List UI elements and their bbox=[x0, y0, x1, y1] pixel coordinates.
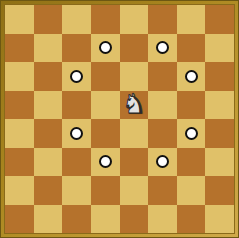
square-b4[interactable] bbox=[34, 119, 63, 148]
square-g8[interactable] bbox=[177, 5, 206, 34]
square-d6[interactable] bbox=[91, 62, 120, 91]
square-a5[interactable] bbox=[5, 91, 34, 120]
square-c5[interactable] bbox=[62, 91, 91, 120]
square-e4[interactable] bbox=[120, 119, 149, 148]
square-d1[interactable] bbox=[91, 205, 120, 234]
board-frame: ♞ bbox=[0, 0, 239, 238]
square-f4[interactable] bbox=[148, 119, 177, 148]
white-knight-piece[interactable]: ♞ bbox=[122, 91, 146, 118]
move-dot[interactable] bbox=[99, 41, 112, 54]
square-a7[interactable] bbox=[5, 34, 34, 63]
square-d8[interactable] bbox=[91, 5, 120, 34]
square-h7[interactable] bbox=[205, 34, 234, 63]
square-c3[interactable] bbox=[62, 148, 91, 177]
square-e3[interactable] bbox=[120, 148, 149, 177]
square-c7[interactable] bbox=[62, 34, 91, 63]
square-h5[interactable] bbox=[205, 91, 234, 120]
square-e5[interactable]: ♞ bbox=[120, 91, 149, 120]
move-dot[interactable] bbox=[185, 70, 198, 83]
chess-app: ♞ bbox=[0, 0, 239, 238]
square-c4[interactable] bbox=[62, 119, 91, 148]
square-g3[interactable] bbox=[177, 148, 206, 177]
square-f7[interactable] bbox=[148, 34, 177, 63]
square-b5[interactable] bbox=[34, 91, 63, 120]
square-a8[interactable] bbox=[5, 5, 34, 34]
square-b8[interactable] bbox=[34, 5, 63, 34]
move-dot[interactable] bbox=[156, 41, 169, 54]
square-b6[interactable] bbox=[34, 62, 63, 91]
square-f5[interactable] bbox=[148, 91, 177, 120]
square-h6[interactable] bbox=[205, 62, 234, 91]
square-c8[interactable] bbox=[62, 5, 91, 34]
move-dot[interactable] bbox=[70, 70, 83, 83]
move-dot[interactable] bbox=[70, 127, 83, 140]
square-b1[interactable] bbox=[34, 205, 63, 234]
square-e8[interactable] bbox=[120, 5, 149, 34]
square-d2[interactable] bbox=[91, 176, 120, 205]
square-f8[interactable] bbox=[148, 5, 177, 34]
square-h3[interactable] bbox=[205, 148, 234, 177]
move-dot[interactable] bbox=[185, 127, 198, 140]
square-e7[interactable] bbox=[120, 34, 149, 63]
square-h4[interactable] bbox=[205, 119, 234, 148]
square-e1[interactable] bbox=[120, 205, 149, 234]
chess-board: ♞ bbox=[5, 5, 234, 233]
square-h2[interactable] bbox=[205, 176, 234, 205]
square-b3[interactable] bbox=[34, 148, 63, 177]
square-b2[interactable] bbox=[34, 176, 63, 205]
square-f1[interactable] bbox=[148, 205, 177, 234]
square-f2[interactable] bbox=[148, 176, 177, 205]
square-g5[interactable] bbox=[177, 91, 206, 120]
square-g4[interactable] bbox=[177, 119, 206, 148]
square-a3[interactable] bbox=[5, 148, 34, 177]
square-b7[interactable] bbox=[34, 34, 63, 63]
square-d7[interactable] bbox=[91, 34, 120, 63]
square-e2[interactable] bbox=[120, 176, 149, 205]
square-d3[interactable] bbox=[91, 148, 120, 177]
square-h8[interactable] bbox=[205, 5, 234, 34]
square-f6[interactable] bbox=[148, 62, 177, 91]
square-a4[interactable] bbox=[5, 119, 34, 148]
square-g1[interactable] bbox=[177, 205, 206, 234]
square-a2[interactable] bbox=[5, 176, 34, 205]
square-f3[interactable] bbox=[148, 148, 177, 177]
square-g2[interactable] bbox=[177, 176, 206, 205]
square-a6[interactable] bbox=[5, 62, 34, 91]
square-c2[interactable] bbox=[62, 176, 91, 205]
move-dot[interactable] bbox=[156, 155, 169, 168]
square-a1[interactable] bbox=[5, 205, 34, 234]
square-d4[interactable] bbox=[91, 119, 120, 148]
move-dot[interactable] bbox=[99, 155, 112, 168]
square-d5[interactable] bbox=[91, 91, 120, 120]
square-g6[interactable] bbox=[177, 62, 206, 91]
square-h1[interactable] bbox=[205, 205, 234, 234]
square-c1[interactable] bbox=[62, 205, 91, 234]
square-g7[interactable] bbox=[177, 34, 206, 63]
square-e6[interactable] bbox=[120, 62, 149, 91]
square-c6[interactable] bbox=[62, 62, 91, 91]
